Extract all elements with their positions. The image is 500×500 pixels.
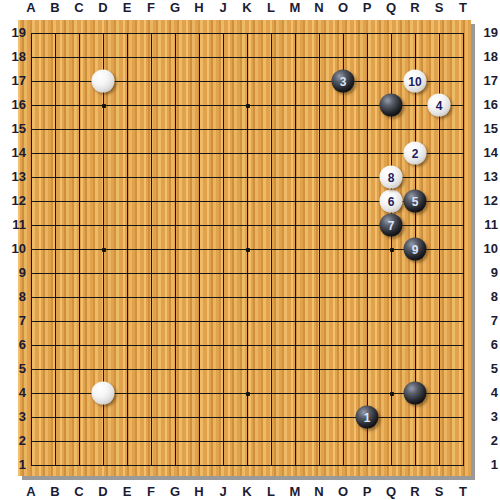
col-label-bottom-m: M: [283, 485, 307, 499]
col-label-bottom-h: H: [187, 485, 211, 499]
col-label-top-o: O: [331, 1, 355, 15]
row-label-right-11: 11: [477, 218, 498, 232]
col-label-top-a: A: [19, 1, 43, 15]
row-label-left-12: 12: [0, 194, 26, 208]
col-label-bottom-g: G: [163, 485, 187, 499]
move-number-8: 8: [388, 171, 395, 183]
move-number-1: 1: [364, 411, 371, 423]
stone-white-r14: 2: [404, 142, 427, 165]
col-label-top-b: B: [43, 1, 67, 15]
col-label-top-d: D: [91, 1, 115, 15]
row-label-left-9: 9: [0, 266, 26, 280]
move-number-10: 10: [408, 75, 421, 87]
row-label-right-19: 19: [477, 26, 498, 40]
move-number-6: 6: [388, 195, 395, 207]
star-point-k4: [246, 392, 250, 396]
star-point-d16: [102, 104, 106, 108]
col-label-bottom-r: R: [403, 485, 427, 499]
stone-black-q11: 7: [380, 214, 403, 237]
move-number-4: 4: [436, 99, 443, 111]
row-label-left-16: 16: [0, 98, 26, 112]
col-label-bottom-p: P: [355, 485, 379, 499]
stone-white-r17: 10: [404, 70, 427, 93]
col-label-top-k: K: [235, 1, 259, 15]
row-label-left-6: 6: [0, 338, 26, 352]
row-label-left-7: 7: [0, 314, 26, 328]
row-label-right-15: 15: [477, 122, 498, 136]
col-label-top-g: G: [163, 1, 187, 15]
col-label-bottom-s: S: [427, 485, 451, 499]
row-label-right-13: 13: [477, 170, 498, 184]
stone-white-d4: [92, 382, 115, 405]
col-label-bottom-l: L: [259, 485, 283, 499]
move-number-9: 9: [412, 243, 419, 255]
stone-white-q12: 6: [380, 190, 403, 213]
row-label-right-2: 2: [477, 434, 498, 448]
col-label-top-t: T: [451, 1, 475, 15]
row-label-left-4: 4: [0, 386, 26, 400]
col-label-bottom-o: O: [331, 485, 355, 499]
row-label-left-10: 10: [0, 242, 26, 256]
row-label-left-8: 8: [0, 290, 26, 304]
stone-white-q13: 8: [380, 166, 403, 189]
star-point-q10: [390, 248, 394, 252]
stone-black-r12: 5: [404, 190, 427, 213]
col-label-top-s: S: [427, 1, 451, 15]
col-label-bottom-f: F: [139, 485, 163, 499]
move-number-3: 3: [340, 75, 347, 87]
row-label-left-14: 14: [0, 146, 26, 160]
col-label-bottom-c: C: [67, 485, 91, 499]
stone-white-d17: [92, 70, 115, 93]
col-label-top-e: E: [115, 1, 139, 15]
star-point-d10: [102, 248, 106, 252]
col-label-bottom-e: E: [115, 485, 139, 499]
go-diagram-screen: AABBCCDDEEFFGGHHJJKKLLMMNNOOPPQQRRSSTT19…: [0, 0, 500, 500]
col-label-top-l: L: [259, 1, 283, 15]
col-label-bottom-n: N: [307, 485, 331, 499]
col-label-top-q: Q: [379, 1, 403, 15]
col-label-bottom-j: J: [211, 485, 235, 499]
row-label-left-15: 15: [0, 122, 26, 136]
col-label-bottom-t: T: [451, 485, 475, 499]
stone-black-p3: 1: [356, 406, 379, 429]
move-number-2: 2: [412, 147, 419, 159]
col-label-bottom-b: B: [43, 485, 67, 499]
row-label-right-12: 12: [477, 194, 498, 208]
row-label-right-1: 1: [477, 458, 498, 472]
row-label-right-6: 6: [477, 338, 498, 352]
col-label-bottom-k: K: [235, 485, 259, 499]
row-label-left-11: 11: [0, 218, 26, 232]
col-label-top-f: F: [139, 1, 163, 15]
move-number-7: 7: [388, 219, 395, 231]
col-label-bottom-d: D: [91, 485, 115, 499]
row-label-left-19: 19: [0, 26, 26, 40]
col-label-top-r: R: [403, 1, 427, 15]
row-label-right-5: 5: [477, 362, 498, 376]
row-label-right-18: 18: [477, 50, 498, 64]
row-label-left-3: 3: [0, 410, 26, 424]
move-number-5: 5: [412, 195, 419, 207]
col-label-top-h: H: [187, 1, 211, 15]
row-label-right-8: 8: [477, 290, 498, 304]
col-label-bottom-q: Q: [379, 485, 403, 499]
stone-black-r4: [404, 382, 427, 405]
row-label-right-17: 17: [477, 74, 498, 88]
col-label-top-p: P: [355, 1, 379, 15]
row-label-right-10: 10: [477, 242, 498, 256]
row-label-left-13: 13: [0, 170, 26, 184]
star-point-k10: [246, 248, 250, 252]
row-label-left-1: 1: [0, 458, 26, 472]
row-label-right-7: 7: [477, 314, 498, 328]
col-label-top-j: J: [211, 1, 235, 15]
star-point-q4: [390, 392, 394, 396]
row-label-right-9: 9: [477, 266, 498, 280]
row-label-right-14: 14: [477, 146, 498, 160]
col-label-bottom-a: A: [19, 485, 43, 499]
row-label-right-16: 16: [477, 98, 498, 112]
stone-white-s16: 4: [428, 94, 451, 117]
stone-black-r10: 9: [404, 238, 427, 261]
col-label-top-n: N: [307, 1, 331, 15]
col-label-top-m: M: [283, 1, 307, 15]
stone-black-o17: 3: [332, 70, 355, 93]
row-label-left-5: 5: [0, 362, 26, 376]
row-label-left-18: 18: [0, 50, 26, 64]
row-label-left-2: 2: [0, 434, 26, 448]
stone-black-q16: [380, 94, 403, 117]
star-point-k16: [246, 104, 250, 108]
row-label-right-3: 3: [477, 410, 498, 424]
row-label-left-17: 17: [0, 74, 26, 88]
row-label-right-4: 4: [477, 386, 498, 400]
col-label-top-c: C: [67, 1, 91, 15]
